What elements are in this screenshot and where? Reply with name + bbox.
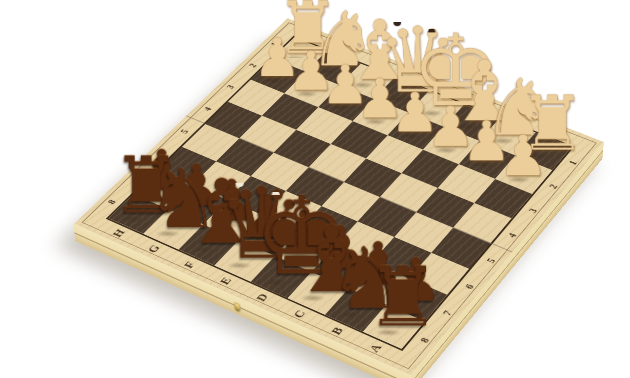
white-pawn-a2: ♟ [498,132,540,180]
painted-finial [393,19,401,27]
painted-finial [272,182,280,195]
board-top-surface: ♜♞♝♛♚♝♞♜♟♟♟♟♟♟♟♟♟♟♟♟♟♟♟♟♜♞♝♛♚♝♞♜ HGFEDCB… [74,18,603,374]
painted-finial [235,179,243,187]
painted-finial [428,21,436,33]
chess-board: ♜♞♝♛♚♝♞♜♟♟♟♟♟♟♟♟♟♟♟♟♟♟♟♟♜♞♝♛♚♝♞♜ HGFEDCB… [74,18,603,374]
photo-stage: ♜♞♝♛♚♝♞♜♟♟♟♟♟♟♟♟♟♟♟♟♟♟♟♟♜♞♝♛♚♝♞♜ HGFEDCB… [0,0,630,378]
board-scene: ♜♞♝♛♚♝♞♜♟♟♟♟♟♟♟♟♟♟♟♟♟♟♟♟♜♞♝♛♚♝♞♜ HGFEDCB… [152,0,536,374]
brass-clasp-icon [234,301,240,312]
black-rook-icon: ♜ [366,263,439,332]
black-rook-a8: ♜ [366,263,411,332]
